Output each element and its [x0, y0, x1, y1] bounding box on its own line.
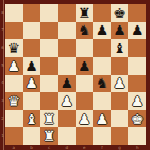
square-a8[interactable] — [5, 4, 23, 22]
black-pawn-d4: ♟ — [60, 76, 73, 90]
file-label-a: a — [5, 146, 23, 150]
white-rook-c2: ♜ — [43, 111, 56, 125]
square-g4[interactable]: ♟ — [111, 75, 129, 93]
white-pawn-d3: ♟ — [60, 93, 73, 107]
square-b3[interactable] — [23, 92, 41, 110]
file-labels: abcdefgh — [5, 146, 146, 150]
black-queen-a6: ♛ — [8, 41, 21, 55]
square-g3[interactable] — [111, 92, 129, 110]
square-g1[interactable] — [111, 127, 129, 145]
white-queen-a3: ♛ — [8, 93, 21, 107]
square-g2[interactable] — [111, 110, 129, 128]
black-knight-f4: ♞ — [96, 76, 109, 90]
square-c2[interactable]: ♜ — [40, 110, 58, 128]
square-h3[interactable]: ♟ — [128, 92, 146, 110]
square-f5[interactable] — [93, 57, 111, 75]
black-pawn-b5: ♟ — [25, 58, 38, 72]
white-pawn-b4: ♟ — [25, 76, 38, 90]
file-label-e: e — [76, 146, 94, 150]
square-d3[interactable]: ♟ — [58, 92, 76, 110]
square-f2[interactable]: ♟ — [93, 110, 111, 128]
square-c3[interactable] — [40, 92, 58, 110]
square-c5[interactable] — [40, 57, 58, 75]
square-d4[interactable]: ♟ — [58, 75, 76, 93]
square-h7[interactable]: ♟ — [128, 22, 146, 40]
square-b1[interactable] — [23, 127, 41, 145]
square-a4[interactable] — [5, 75, 23, 93]
square-b2[interactable]: ♝ — [23, 110, 41, 128]
square-a3[interactable]: ♛ — [5, 92, 23, 110]
square-d2[interactable] — [58, 110, 76, 128]
square-h2[interactable]: ♚ — [128, 110, 146, 128]
square-e8[interactable]: ♜ — [76, 4, 94, 22]
square-f7[interactable]: ♟ — [93, 22, 111, 40]
white-bishop-b2: ♝ — [25, 111, 38, 125]
square-g6[interactable]: ♝ — [111, 39, 129, 57]
square-e7[interactable]: ♞ — [76, 22, 94, 40]
white-pawn-f2: ♟ — [96, 111, 109, 125]
black-king-g8: ♚ — [113, 5, 126, 19]
file-label-g: g — [111, 146, 129, 150]
square-g5[interactable] — [111, 57, 129, 75]
square-b7[interactable] — [23, 22, 41, 40]
square-b5[interactable]: ♟ — [23, 57, 41, 75]
square-d7[interactable] — [58, 22, 76, 40]
square-c4[interactable] — [40, 75, 58, 93]
black-rook-e8: ♜ — [78, 5, 91, 19]
square-a2[interactable] — [5, 110, 23, 128]
file-label-d: d — [58, 146, 76, 150]
square-d5[interactable] — [58, 57, 76, 75]
square-g8[interactable]: ♚ — [111, 4, 129, 22]
square-h8[interactable] — [128, 4, 146, 22]
square-f3[interactable] — [93, 92, 111, 110]
square-c6[interactable] — [40, 39, 58, 57]
square-h6[interactable] — [128, 39, 146, 57]
square-e1[interactable] — [76, 127, 94, 145]
square-f1[interactable] — [93, 127, 111, 145]
white-pawn-h3: ♟ — [131, 93, 144, 107]
white-king-h2: ♚ — [131, 111, 144, 125]
file-label-c: c — [40, 146, 58, 150]
square-b6[interactable] — [23, 39, 41, 57]
square-f6[interactable] — [93, 39, 111, 57]
square-c1[interactable]: ♜ — [40, 127, 58, 145]
chess-board-frame: 87654321 ♜♚♞♟♟♟♛♝♟♟♟♟♟♞♟♛♟♟♝♜♟♟♚♜ abcdef… — [0, 0, 150, 150]
black-pawn-f7: ♟ — [96, 23, 109, 37]
square-h4[interactable] — [128, 75, 146, 93]
black-knight-e7: ♞ — [78, 23, 91, 37]
square-d8[interactable] — [58, 4, 76, 22]
square-b4[interactable]: ♟ — [23, 75, 41, 93]
black-pawn-g7: ♟ — [113, 23, 126, 37]
file-label-f: f — [93, 146, 111, 150]
square-a1[interactable] — [5, 127, 23, 145]
square-a5[interactable]: ♟ — [5, 57, 23, 75]
square-c7[interactable] — [40, 22, 58, 40]
square-a7[interactable] — [5, 22, 23, 40]
white-pawn-a5: ♟ — [8, 58, 21, 72]
square-f8[interactable] — [93, 4, 111, 22]
square-d1[interactable] — [58, 127, 76, 145]
square-f4[interactable]: ♞ — [93, 75, 111, 93]
black-pawn-e5: ♟ — [78, 58, 91, 72]
square-e5[interactable]: ♟ — [76, 57, 94, 75]
file-label-b: b — [23, 146, 41, 150]
square-c8[interactable] — [40, 4, 58, 22]
square-e2[interactable]: ♟ — [76, 110, 94, 128]
square-d6[interactable] — [58, 39, 76, 57]
black-pawn-h7: ♟ — [131, 23, 144, 37]
chess-board: ♜♚♞♟♟♟♛♝♟♟♟♟♟♞♟♛♟♟♝♜♟♟♚♜ — [5, 4, 146, 145]
square-g7[interactable]: ♟ — [111, 22, 129, 40]
square-b8[interactable] — [23, 4, 41, 22]
white-pawn-g4: ♟ — [113, 76, 126, 90]
square-e6[interactable] — [76, 39, 94, 57]
square-a6[interactable]: ♛ — [5, 39, 23, 57]
file-label-h: h — [128, 146, 146, 150]
square-h5[interactable] — [128, 57, 146, 75]
white-rook-c1: ♜ — [43, 129, 56, 143]
black-bishop-g6: ♝ — [113, 41, 126, 55]
white-pawn-e2: ♟ — [78, 111, 91, 125]
square-e3[interactable] — [76, 92, 94, 110]
square-h1[interactable] — [128, 127, 146, 145]
square-e4[interactable] — [76, 75, 94, 93]
